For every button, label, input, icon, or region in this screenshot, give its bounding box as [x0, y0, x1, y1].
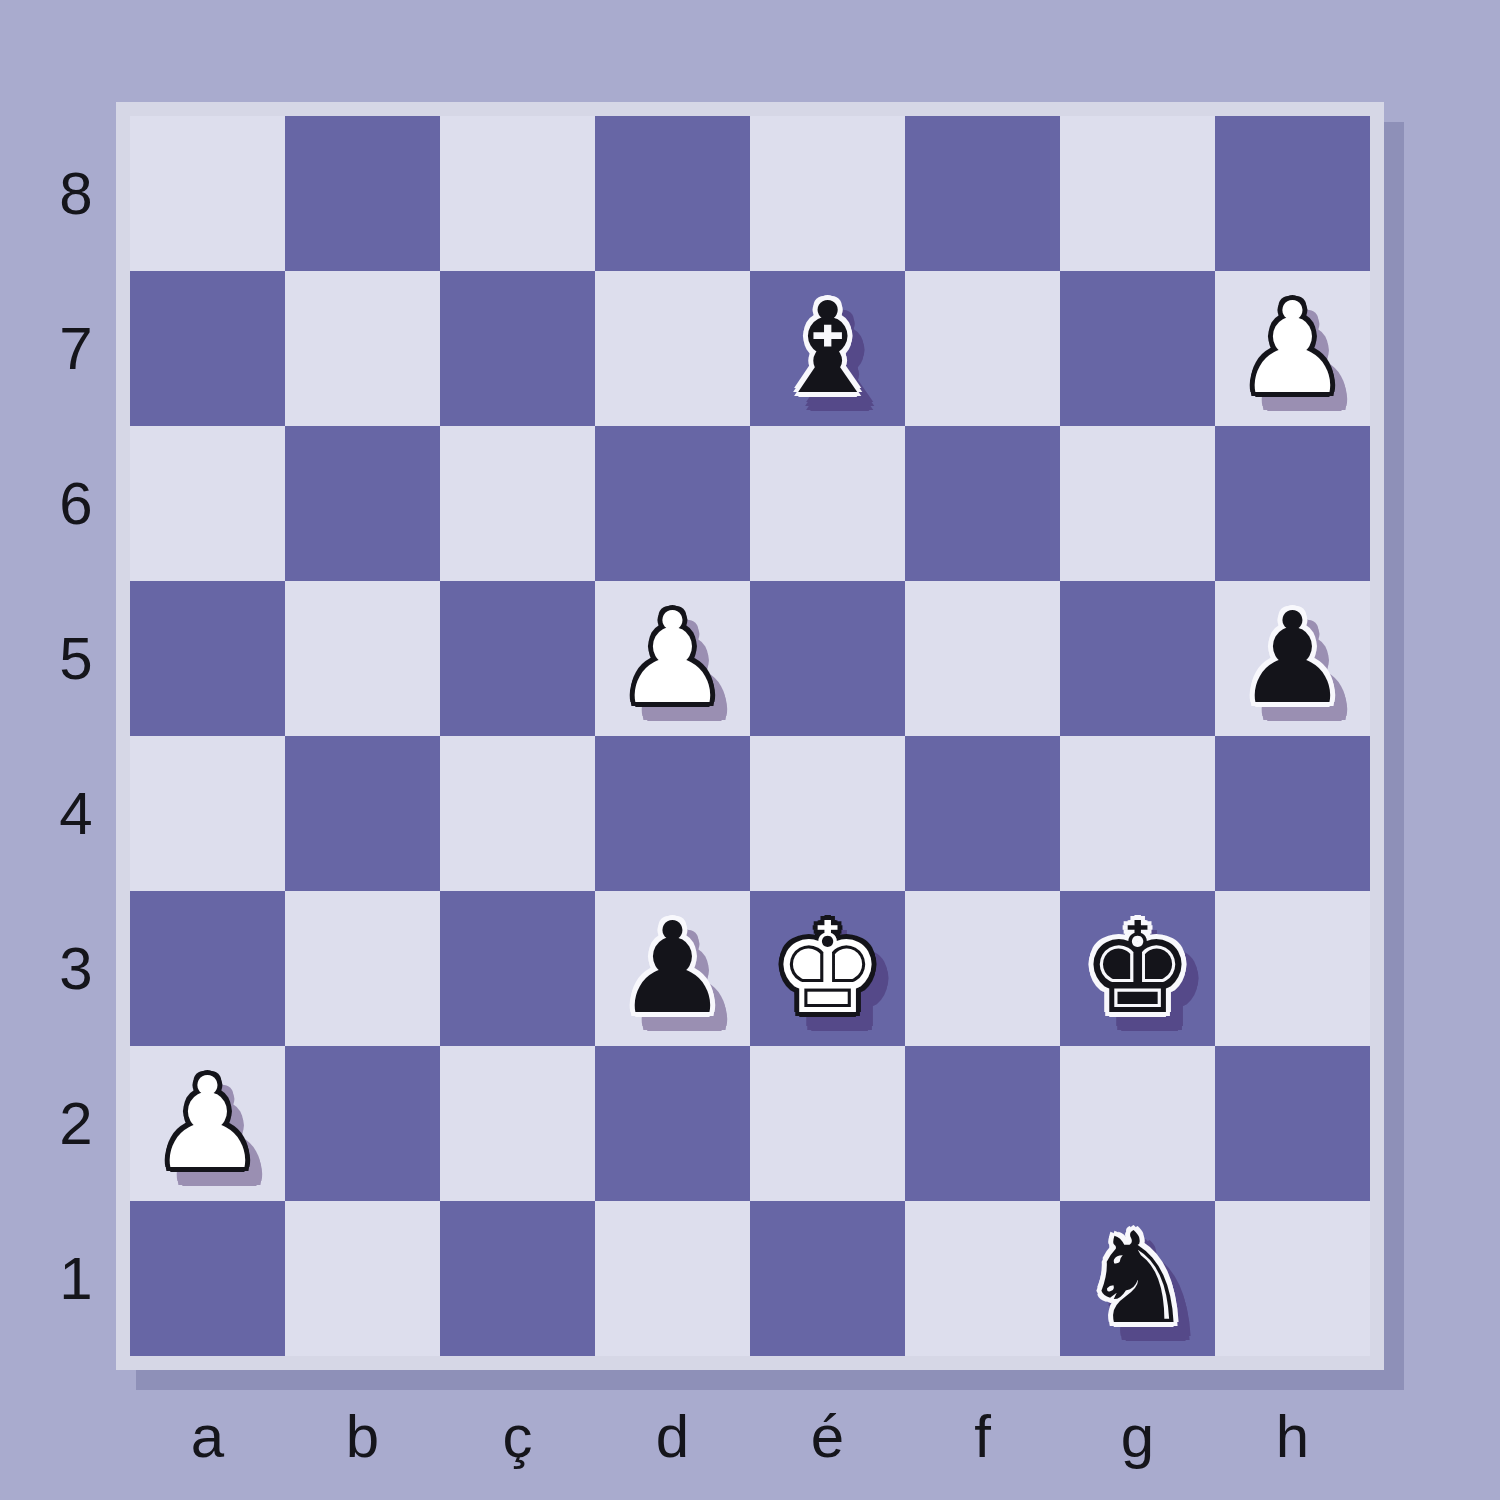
- square-b8[interactable]: [285, 116, 440, 271]
- square-h7[interactable]: ♟: [1215, 271, 1370, 426]
- square-c4[interactable]: [440, 736, 595, 891]
- white-pawn-a2[interactable]: ♟: [151, 1061, 264, 1187]
- rank-label-1: 1: [44, 1201, 108, 1356]
- square-f5[interactable]: [905, 581, 1060, 736]
- square-f1[interactable]: [905, 1201, 1060, 1356]
- square-b1[interactable]: [285, 1201, 440, 1356]
- white-king-e3[interactable]: ♚: [771, 906, 884, 1032]
- square-c5[interactable]: [440, 581, 595, 736]
- square-h1[interactable]: [1215, 1201, 1370, 1356]
- square-f2[interactable]: [905, 1046, 1060, 1201]
- rank-label-8: 8: [44, 116, 108, 271]
- rank-label-3: 3: [44, 891, 108, 1046]
- square-b6[interactable]: [285, 426, 440, 581]
- square-d2[interactable]: [595, 1046, 750, 1201]
- square-c2[interactable]: [440, 1046, 595, 1201]
- white-pawn-h7[interactable]: ♟: [1236, 286, 1349, 412]
- file-label-h: h: [1215, 1378, 1370, 1494]
- square-e6[interactable]: [750, 426, 905, 581]
- white-pawn-d5[interactable]: ♟: [616, 596, 729, 722]
- square-f8[interactable]: [905, 116, 1060, 271]
- square-g2[interactable]: [1060, 1046, 1215, 1201]
- rank-labels: 87654321: [44, 116, 108, 1356]
- square-d8[interactable]: [595, 116, 750, 271]
- square-h4[interactable]: [1215, 736, 1370, 891]
- square-g5[interactable]: [1060, 581, 1215, 736]
- square-g7[interactable]: [1060, 271, 1215, 426]
- square-e8[interactable]: [750, 116, 905, 271]
- square-d7[interactable]: [595, 271, 750, 426]
- square-d1[interactable]: [595, 1201, 750, 1356]
- square-h3[interactable]: [1215, 891, 1370, 1046]
- square-e4[interactable]: [750, 736, 905, 891]
- square-d4[interactable]: [595, 736, 750, 891]
- square-g1[interactable]: ♞: [1060, 1201, 1215, 1356]
- square-e3[interactable]: ♚: [750, 891, 905, 1046]
- square-h8[interactable]: [1215, 116, 1370, 271]
- square-h5[interactable]: ♟: [1215, 581, 1370, 736]
- square-a4[interactable]: [130, 736, 285, 891]
- square-a7[interactable]: [130, 271, 285, 426]
- square-a1[interactable]: [130, 1201, 285, 1356]
- square-h2[interactable]: [1215, 1046, 1370, 1201]
- square-d6[interactable]: [595, 426, 750, 581]
- square-h6[interactable]: [1215, 426, 1370, 581]
- file-label-c: ç: [440, 1378, 595, 1494]
- file-label-a: a: [130, 1378, 285, 1494]
- square-e7[interactable]: ♝: [750, 271, 905, 426]
- square-f4[interactable]: [905, 736, 1060, 891]
- square-e1[interactable]: [750, 1201, 905, 1356]
- file-label-b: b: [285, 1378, 440, 1494]
- square-g4[interactable]: [1060, 736, 1215, 891]
- square-b2[interactable]: [285, 1046, 440, 1201]
- square-b4[interactable]: [285, 736, 440, 891]
- file-label-d: d: [595, 1378, 750, 1494]
- square-a8[interactable]: [130, 116, 285, 271]
- square-g8[interactable]: [1060, 116, 1215, 271]
- square-b3[interactable]: [285, 891, 440, 1046]
- square-c6[interactable]: [440, 426, 595, 581]
- black-bishop-e7[interactable]: ♝: [771, 286, 884, 412]
- board-frame: ♝♟♟♟♟♚♚♟♞: [116, 102, 1384, 1370]
- rank-label-2: 2: [44, 1046, 108, 1201]
- square-a3[interactable]: [130, 891, 285, 1046]
- black-pawn-d3[interactable]: ♟: [616, 906, 729, 1032]
- square-c1[interactable]: [440, 1201, 595, 1356]
- rank-label-7: 7: [44, 271, 108, 426]
- square-d3[interactable]: ♟: [595, 891, 750, 1046]
- file-label-g: g: [1060, 1378, 1215, 1494]
- black-knight-g1[interactable]: ♞: [1081, 1216, 1194, 1342]
- square-a6[interactable]: [130, 426, 285, 581]
- file-labels: abçdéfgh: [130, 1378, 1370, 1494]
- square-c8[interactable]: [440, 116, 595, 271]
- board: ♝♟♟♟♟♚♚♟♞: [130, 116, 1370, 1356]
- square-e5[interactable]: [750, 581, 905, 736]
- square-e2[interactable]: [750, 1046, 905, 1201]
- square-a5[interactable]: [130, 581, 285, 736]
- file-label-e: é: [750, 1378, 905, 1494]
- chess-diagram: 87654321 ♝♟♟♟♟♚♚♟♞ abçdéfgh: [0, 0, 1500, 1500]
- file-label-f: f: [905, 1378, 1060, 1494]
- rank-label-4: 4: [44, 736, 108, 891]
- rank-label-5: 5: [44, 581, 108, 736]
- square-g6[interactable]: [1060, 426, 1215, 581]
- black-king-g3[interactable]: ♚: [1081, 906, 1194, 1032]
- square-a2[interactable]: ♟: [130, 1046, 285, 1201]
- square-f6[interactable]: [905, 426, 1060, 581]
- square-g3[interactable]: ♚: [1060, 891, 1215, 1046]
- square-c7[interactable]: [440, 271, 595, 426]
- square-b5[interactable]: [285, 581, 440, 736]
- square-f3[interactable]: [905, 891, 1060, 1046]
- rank-label-6: 6: [44, 426, 108, 581]
- square-b7[interactable]: [285, 271, 440, 426]
- black-pawn-h5[interactable]: ♟: [1236, 596, 1349, 722]
- square-f7[interactable]: [905, 271, 1060, 426]
- square-c3[interactable]: [440, 891, 595, 1046]
- square-d5[interactable]: ♟: [595, 581, 750, 736]
